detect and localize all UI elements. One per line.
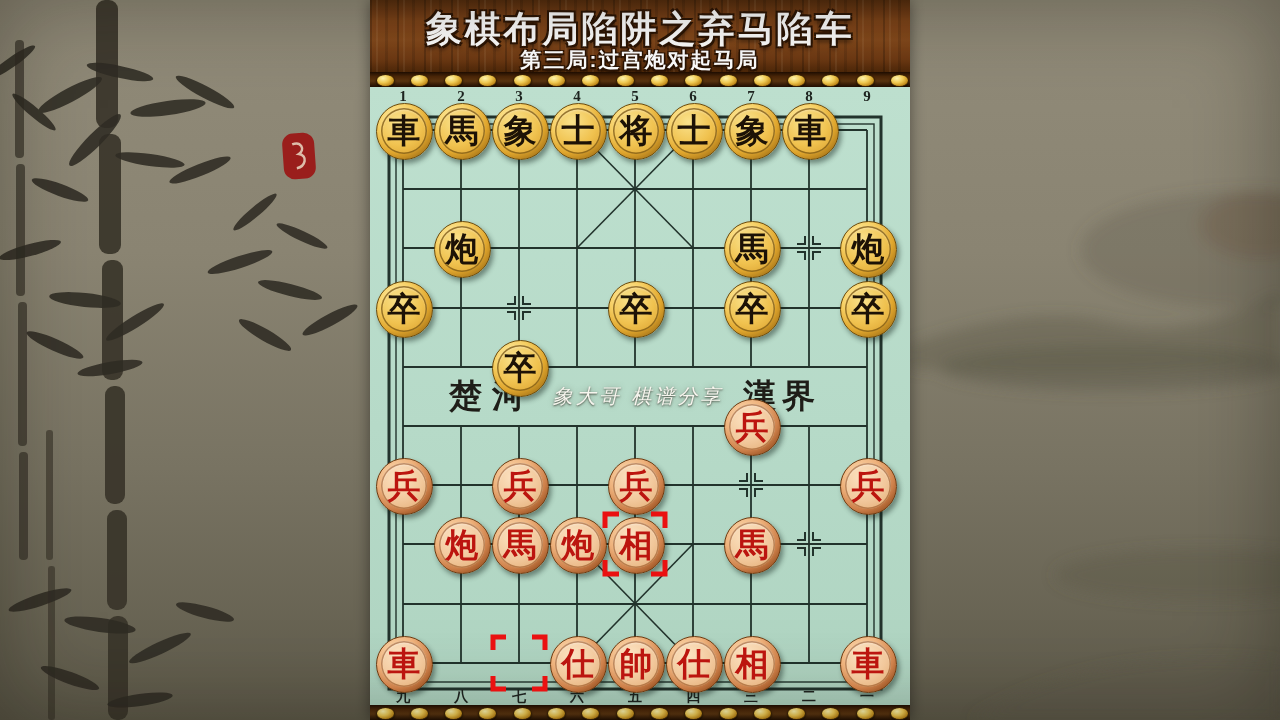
file-label-top-5: 5	[631, 88, 639, 105]
gold-stud	[650, 74, 669, 87]
gold-stud	[719, 74, 738, 87]
gold-stud	[616, 74, 635, 87]
piece-red-兵-9-6[interactable]: 兵	[840, 458, 897, 515]
gold-stud	[547, 707, 566, 720]
piece-black-卒-5-3[interactable]: 卒	[608, 281, 665, 338]
gold-stud	[821, 707, 840, 720]
gold-stud	[410, 74, 429, 87]
piece-red-仕-6-9[interactable]: 仕	[666, 636, 723, 693]
gold-stud	[890, 74, 909, 87]
gold-stud	[684, 707, 703, 720]
piece-glyph: 将	[620, 115, 653, 148]
gold-stud	[650, 707, 669, 720]
piece-red-兵-5-6[interactable]: 兵	[608, 458, 665, 515]
piece-glyph: 馬	[446, 115, 479, 148]
piece-glyph: 卒	[620, 293, 653, 326]
piece-glyph: 炮	[446, 529, 479, 562]
piece-red-帥-5-9[interactable]: 帥	[608, 636, 665, 693]
piece-red-兵-7-5[interactable]: 兵	[724, 399, 781, 456]
piece-glyph: 帥	[620, 648, 653, 681]
background-painting-left	[0, 0, 370, 720]
piece-glyph: 兵	[852, 470, 885, 503]
file-label-bottom-二: 二	[802, 688, 816, 706]
background-painting-right	[910, 0, 1280, 720]
gold-stud	[753, 707, 772, 720]
piece-glyph: 卒	[388, 293, 421, 326]
piece-red-兵-3-6[interactable]: 兵	[492, 458, 549, 515]
gold-stud	[719, 707, 738, 720]
piece-red-仕-4-9[interactable]: 仕	[550, 636, 607, 693]
piece-black-卒-7-3[interactable]: 卒	[724, 281, 781, 338]
piece-black-炮-9-2[interactable]: 炮	[840, 221, 897, 278]
piece-red-相-5-7[interactable]: 相	[608, 517, 665, 574]
piece-glyph: 兵	[620, 470, 653, 503]
gold-stud	[513, 707, 532, 720]
piece-red-兵-1-6[interactable]: 兵	[376, 458, 433, 515]
gold-stud	[410, 707, 429, 720]
gold-stud	[890, 707, 909, 720]
gold-stud	[684, 74, 703, 87]
piece-black-炮-2-2[interactable]: 炮	[434, 221, 491, 278]
piece-glyph: 士	[678, 115, 711, 148]
file-label-bottom-七: 七	[512, 688, 526, 706]
gold-stud	[513, 74, 532, 87]
screenshot-root: 象棋布局陷阱之弃马陷车 第三局:过宫炮对起马局 123456789 九八七六五四…	[0, 0, 1280, 720]
piece-glyph: 仕	[678, 648, 711, 681]
gold-stud	[444, 74, 463, 87]
file-label-top-8: 8	[805, 88, 813, 105]
gold-stud	[616, 707, 635, 720]
title-bar: 象棋布局陷阱之弃马陷车 第三局:过宫炮对起马局	[370, 0, 910, 72]
piece-black-卒-1-3[interactable]: 卒	[376, 281, 433, 338]
bamboo-painting	[0, 0, 370, 720]
file-label-bottom-八: 八	[454, 688, 468, 706]
piece-glyph: 炮	[446, 233, 479, 266]
piece-black-将-5-0[interactable]: 将	[608, 103, 665, 160]
gold-stud	[376, 707, 395, 720]
gold-stud	[856, 74, 875, 87]
stud-bar-top	[370, 72, 910, 87]
file-label-top-7: 7	[747, 88, 755, 105]
file-label-top-3: 3	[515, 88, 523, 105]
piece-red-炮-2-7[interactable]: 炮	[434, 517, 491, 574]
red-seal-stamp	[281, 132, 316, 180]
gold-stud	[376, 74, 395, 87]
gold-stud	[581, 74, 600, 87]
piece-black-卒-3-4[interactable]: 卒	[492, 340, 549, 397]
gold-stud	[787, 74, 806, 87]
file-label-top-4: 4	[573, 88, 581, 105]
piece-red-馬-7-7[interactable]: 馬	[724, 517, 781, 574]
file-label-top-6: 6	[689, 88, 697, 105]
piece-glyph: 車	[388, 115, 421, 148]
piece-black-車-1-0[interactable]: 車	[376, 103, 433, 160]
piece-glyph: 象	[736, 115, 769, 148]
piece-black-象-3-0[interactable]: 象	[492, 103, 549, 160]
piece-glyph: 兵	[388, 470, 421, 503]
piece-black-馬-7-2[interactable]: 馬	[724, 221, 781, 278]
piece-glyph: 仕	[562, 648, 595, 681]
piece-red-車-1-9[interactable]: 車	[376, 636, 433, 693]
piece-glyph: 兵	[736, 411, 769, 444]
piece-red-馬-3-7[interactable]: 馬	[492, 517, 549, 574]
gold-stud	[787, 707, 806, 720]
gold-stud	[581, 707, 600, 720]
piece-glyph: 卒	[736, 293, 769, 326]
piece-glyph: 卒	[504, 352, 537, 385]
watermark-text: 象大哥 棋谱分享	[553, 383, 723, 410]
piece-glyph: 馬	[736, 529, 769, 562]
piece-black-卒-9-3[interactable]: 卒	[840, 281, 897, 338]
piece-black-士-6-0[interactable]: 士	[666, 103, 723, 160]
file-label-top-9: 9	[863, 88, 871, 105]
piece-glyph: 卒	[852, 293, 885, 326]
piece-red-炮-4-7[interactable]: 炮	[550, 517, 607, 574]
piece-black-士-4-0[interactable]: 士	[550, 103, 607, 160]
piece-black-象-7-0[interactable]: 象	[724, 103, 781, 160]
file-label-top-1: 1	[399, 88, 407, 105]
xiangqi-board[interactable]: 123456789 九八七六五四三二一 楚河 漢界 象大哥 棋谱分享 車馬象士将…	[370, 87, 910, 705]
piece-glyph: 馬	[736, 233, 769, 266]
gold-stud	[856, 707, 875, 720]
piece-glyph: 士	[562, 115, 595, 148]
piece-glyph: 相	[736, 648, 769, 681]
piece-black-馬-2-0[interactable]: 馬	[434, 103, 491, 160]
piece-glyph: 炮	[562, 529, 595, 562]
video-subtitle: 第三局:过宫炮对起马局	[370, 46, 910, 74]
piece-glyph: 車	[794, 115, 827, 148]
file-label-top-2: 2	[457, 88, 465, 105]
gold-stud	[821, 74, 840, 87]
piece-red-車-9-9[interactable]: 車	[840, 636, 897, 693]
gold-stud	[478, 707, 497, 720]
piece-glyph: 炮	[852, 233, 885, 266]
gold-stud	[547, 74, 566, 87]
gold-stud	[478, 74, 497, 87]
piece-glyph: 兵	[504, 470, 537, 503]
piece-glyph: 車	[388, 648, 421, 681]
piece-glyph: 象	[504, 115, 537, 148]
piece-red-相-7-9[interactable]: 相	[724, 636, 781, 693]
mountain-shapes	[910, 191, 1280, 720]
stud-bar-bottom	[370, 705, 910, 720]
gold-stud	[444, 707, 463, 720]
piece-black-車-8-0[interactable]: 車	[782, 103, 839, 160]
piece-glyph: 馬	[504, 529, 537, 562]
piece-glyph: 相	[620, 529, 653, 562]
mountain-painting	[910, 0, 1280, 720]
video-strip: 象棋布局陷阱之弃马陷车 第三局:过宫炮对起马局 123456789 九八七六五四…	[370, 0, 910, 720]
piece-glyph: 車	[852, 648, 885, 681]
gold-stud	[753, 74, 772, 87]
